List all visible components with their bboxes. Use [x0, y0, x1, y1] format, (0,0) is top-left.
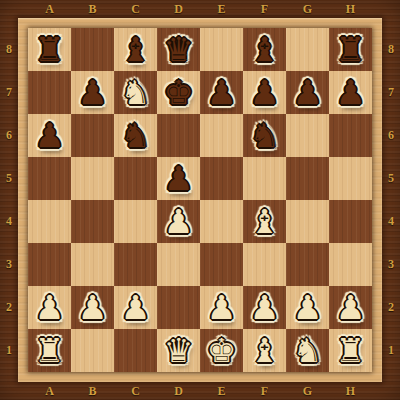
- piece-black-pawn[interactable]: ♟: [28, 114, 71, 157]
- square-f5[interactable]: [243, 157, 286, 200]
- square-b2[interactable]: ♟: [71, 286, 114, 329]
- piece-white-knight[interactable]: ♞: [114, 71, 157, 114]
- square-c2[interactable]: ♟: [114, 286, 157, 329]
- file-label-d: D: [157, 382, 200, 400]
- square-c6[interactable]: ♞: [114, 114, 157, 157]
- piece-black-pawn[interactable]: ♟: [286, 71, 329, 114]
- square-g2[interactable]: ♟: [286, 286, 329, 329]
- file-label-h: H: [329, 0, 372, 18]
- rank-label-2: 2: [0, 286, 18, 329]
- square-e2[interactable]: ♟: [200, 286, 243, 329]
- rank-labels-left: 87654321: [0, 28, 18, 372]
- square-f1[interactable]: ♝: [243, 329, 286, 372]
- square-h3[interactable]: [329, 243, 372, 286]
- square-g3[interactable]: [286, 243, 329, 286]
- file-label-g: G: [286, 382, 329, 400]
- rank-label-6: 6: [382, 114, 400, 157]
- square-d6[interactable]: [157, 114, 200, 157]
- square-e1[interactable]: ♚: [200, 329, 243, 372]
- piece-black-knight[interactable]: ♞: [114, 114, 157, 157]
- rank-label-5: 5: [382, 157, 400, 200]
- file-label-c: C: [114, 0, 157, 18]
- square-e3[interactable]: [200, 243, 243, 286]
- rank-labels-right: 87654321: [382, 28, 400, 372]
- file-label-f: F: [243, 382, 286, 400]
- piece-white-pawn[interactable]: ♟: [286, 286, 329, 329]
- square-c8[interactable]: ♝: [114, 28, 157, 71]
- square-g5[interactable]: [286, 157, 329, 200]
- piece-black-pawn[interactable]: ♟: [157, 157, 200, 200]
- square-h5[interactable]: [329, 157, 372, 200]
- square-c3[interactable]: [114, 243, 157, 286]
- file-label-f: F: [243, 0, 286, 18]
- piece-white-rook[interactable]: ♜: [28, 329, 71, 372]
- square-d8[interactable]: ♛: [157, 28, 200, 71]
- square-f6[interactable]: ♞: [243, 114, 286, 157]
- file-label-h: H: [329, 382, 372, 400]
- piece-black-pawn[interactable]: ♟: [71, 71, 114, 114]
- square-e7[interactable]: ♟: [200, 71, 243, 114]
- square-h6[interactable]: [329, 114, 372, 157]
- square-f7[interactable]: ♟: [243, 71, 286, 114]
- square-h2[interactable]: ♟: [329, 286, 372, 329]
- square-b5[interactable]: [71, 157, 114, 200]
- square-h1[interactable]: ♜: [329, 329, 372, 372]
- square-d7[interactable]: ♚: [157, 71, 200, 114]
- rank-label-8: 8: [382, 28, 400, 71]
- piece-black-rook[interactable]: ♜: [28, 28, 71, 71]
- rank-label-3: 3: [382, 243, 400, 286]
- square-a8[interactable]: ♜: [28, 28, 71, 71]
- square-g4[interactable]: [286, 200, 329, 243]
- square-d2[interactable]: [157, 286, 200, 329]
- piece-black-pawn[interactable]: ♟: [200, 71, 243, 114]
- square-a1[interactable]: ♜: [28, 329, 71, 372]
- rank-label-4: 4: [0, 200, 18, 243]
- rank-label-2: 2: [382, 286, 400, 329]
- square-c7[interactable]: ♞: [114, 71, 157, 114]
- piece-black-bishop[interactable]: ♝: [114, 28, 157, 71]
- square-f2[interactable]: ♟: [243, 286, 286, 329]
- square-h8[interactable]: ♜: [329, 28, 372, 71]
- square-e8[interactable]: [200, 28, 243, 71]
- piece-white-knight[interactable]: ♞: [286, 329, 329, 372]
- rank-label-1: 1: [0, 329, 18, 372]
- piece-white-pawn[interactable]: ♟: [329, 286, 372, 329]
- square-f4[interactable]: ♝: [243, 200, 286, 243]
- piece-black-pawn[interactable]: ♟: [329, 71, 372, 114]
- square-a6[interactable]: ♟: [28, 114, 71, 157]
- piece-white-bishop[interactable]: ♝: [243, 329, 286, 372]
- square-g1[interactable]: ♞: [286, 329, 329, 372]
- square-c4[interactable]: [114, 200, 157, 243]
- piece-white-queen[interactable]: ♛: [157, 329, 200, 372]
- file-label-e: E: [200, 0, 243, 18]
- piece-white-rook[interactable]: ♜: [329, 329, 372, 372]
- file-label-c: C: [114, 382, 157, 400]
- square-f8[interactable]: ♝: [243, 28, 286, 71]
- square-h7[interactable]: ♟: [329, 71, 372, 114]
- rank-label-8: 8: [0, 28, 18, 71]
- piece-white-king[interactable]: ♚: [200, 329, 243, 372]
- square-b3[interactable]: [71, 243, 114, 286]
- square-f3[interactable]: [243, 243, 286, 286]
- file-label-b: B: [71, 382, 114, 400]
- piece-black-queen[interactable]: ♛: [157, 28, 200, 71]
- square-b7[interactable]: ♟: [71, 71, 114, 114]
- chess-board-frame: ABCDEFGH ABCDEFGH 87654321 87654321 ♜♝♛♝…: [0, 0, 400, 400]
- piece-black-pawn[interactable]: ♟: [243, 71, 286, 114]
- square-e5[interactable]: [200, 157, 243, 200]
- piece-white-pawn[interactable]: ♟: [157, 200, 200, 243]
- square-b1[interactable]: [71, 329, 114, 372]
- file-label-d: D: [157, 0, 200, 18]
- piece-black-bishop[interactable]: ♝: [243, 28, 286, 71]
- square-b6[interactable]: [71, 114, 114, 157]
- square-d5[interactable]: ♟: [157, 157, 200, 200]
- square-d3[interactable]: [157, 243, 200, 286]
- square-a2[interactable]: ♟: [28, 286, 71, 329]
- piece-white-pawn[interactable]: ♟: [200, 286, 243, 329]
- square-a5[interactable]: [28, 157, 71, 200]
- square-b4[interactable]: [71, 200, 114, 243]
- piece-white-pawn[interactable]: ♟: [243, 286, 286, 329]
- rank-label-5: 5: [0, 157, 18, 200]
- square-c5[interactable]: [114, 157, 157, 200]
- square-g6[interactable]: [286, 114, 329, 157]
- rank-label-3: 3: [0, 243, 18, 286]
- file-label-b: B: [71, 0, 114, 18]
- chess-board: ♜♝♛♝♜♟♞♚♟♟♟♟♟♞♞♟♟♝♟♟♟♟♟♟♟♜♛♚♝♞♜: [28, 28, 372, 372]
- square-g8[interactable]: [286, 28, 329, 71]
- file-label-e: E: [200, 382, 243, 400]
- rank-label-6: 6: [0, 114, 18, 157]
- square-a3[interactable]: [28, 243, 71, 286]
- file-labels-top: ABCDEFGH: [28, 0, 372, 18]
- piece-black-rook[interactable]: ♜: [329, 28, 372, 71]
- square-h4[interactable]: [329, 200, 372, 243]
- square-e4[interactable]: [200, 200, 243, 243]
- square-d1[interactable]: ♛: [157, 329, 200, 372]
- piece-white-pawn[interactable]: ♟: [114, 286, 157, 329]
- square-d4[interactable]: ♟: [157, 200, 200, 243]
- square-a7[interactable]: [28, 71, 71, 114]
- file-label-a: A: [28, 382, 71, 400]
- piece-black-king[interactable]: ♚: [157, 71, 200, 114]
- rank-label-1: 1: [382, 329, 400, 372]
- file-label-a: A: [28, 0, 71, 18]
- square-e6[interactable]: [200, 114, 243, 157]
- piece-white-bishop[interactable]: ♝: [243, 200, 286, 243]
- file-label-g: G: [286, 0, 329, 18]
- piece-white-pawn[interactable]: ♟: [28, 286, 71, 329]
- file-labels-bottom: ABCDEFGH: [28, 382, 372, 400]
- piece-white-pawn[interactable]: ♟: [71, 286, 114, 329]
- piece-black-knight[interactable]: ♞: [243, 114, 286, 157]
- rank-label-7: 7: [382, 71, 400, 114]
- square-a4[interactable]: [28, 200, 71, 243]
- rank-label-4: 4: [382, 200, 400, 243]
- square-b8[interactable]: [71, 28, 114, 71]
- rank-label-7: 7: [0, 71, 18, 114]
- square-c1[interactable]: [114, 329, 157, 372]
- square-g7[interactable]: ♟: [286, 71, 329, 114]
